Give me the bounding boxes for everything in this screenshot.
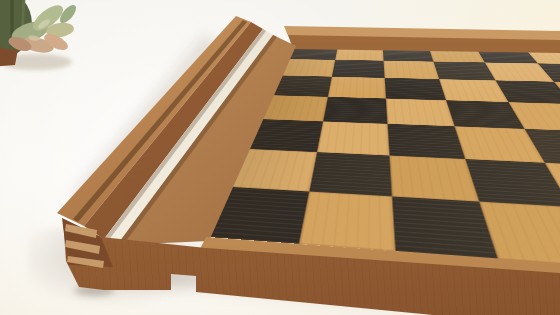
square-b5 (328, 77, 386, 99)
square-c5 (385, 78, 446, 100)
square-a8 (295, 33, 341, 46)
checkerboard (208, 33, 560, 307)
square-d2 (465, 159, 560, 207)
square-c8 (382, 34, 429, 47)
foot-shadow (74, 286, 114, 296)
succulent-plant-icon (0, 0, 96, 74)
tray-corner-shadow (28, 228, 223, 310)
tray-base-shadow (84, 265, 445, 315)
square-c6 (384, 61, 440, 79)
square-b2 (309, 152, 392, 196)
square-b8 (338, 33, 383, 46)
square-b7 (335, 46, 383, 61)
square-a5 (272, 76, 332, 97)
square-b1 (299, 192, 395, 252)
square-a4 (261, 95, 328, 121)
photo-stage (0, 0, 560, 315)
square-b4 (323, 97, 387, 124)
square-c4 (386, 99, 455, 127)
square-b6 (332, 60, 385, 78)
square-a1 (208, 187, 309, 244)
square-c3 (388, 124, 466, 159)
square-b3 (317, 121, 389, 155)
square-a2 (231, 149, 317, 192)
square-a3 (248, 119, 323, 152)
square-a6 (281, 59, 335, 77)
square-c7 (383, 46, 434, 61)
square-a7 (288, 45, 338, 60)
